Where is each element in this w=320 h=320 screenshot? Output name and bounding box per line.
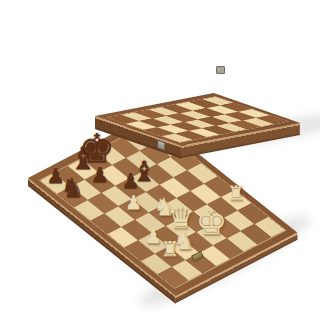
product-photo-wooden-folding-chess-set: ♟♝♚♞♟♟♝♟♞♛♜♟♜♞♚ <box>0 0 320 320</box>
box-clasp <box>157 139 165 151</box>
box-hinge <box>216 66 225 74</box>
